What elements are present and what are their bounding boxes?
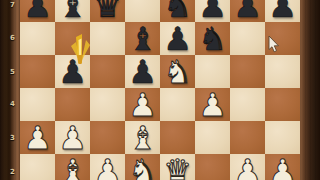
square-f6[interactable]: ♞ (195, 22, 230, 55)
square-f4[interactable]: ♟ (195, 88, 230, 121)
board-frame-right (300, 0, 320, 180)
square-f7[interactable]: ♟ (195, 0, 230, 22)
square-d6[interactable]: ♝ (125, 22, 160, 55)
black-pawn-e6: ♟ (163, 23, 192, 56)
rank-label-5: 5 (7, 68, 18, 76)
square-b3[interactable]: ♟ (55, 121, 90, 154)
black-bishop-d6: ♝ (128, 23, 157, 56)
black-queen-c7: ♛ (93, 0, 122, 23)
square-h4[interactable] (265, 88, 300, 121)
square-h2[interactable]: ♟ (265, 154, 300, 180)
square-d2[interactable]: ♞ (125, 154, 160, 180)
square-b5[interactable]: ♟ (55, 55, 90, 88)
square-f3[interactable] (195, 121, 230, 154)
black-pawn-d5: ♟ (128, 56, 157, 89)
square-b6[interactable] (55, 22, 90, 55)
rank-label-3: 3 (7, 134, 18, 142)
black-pawn-b5: ♟ (58, 56, 87, 89)
black-pawn-g7: ♟ (233, 0, 262, 23)
black-pawn-a7: ♟ (23, 0, 52, 23)
rank-label-4: 4 (7, 100, 18, 108)
square-c2[interactable]: ♟ (90, 154, 125, 180)
square-d7[interactable] (125, 0, 160, 22)
white-pawn-d4: ♟ (128, 89, 157, 122)
square-c6[interactable] (90, 22, 125, 55)
white-pawn-b3: ♟ (58, 122, 87, 155)
square-b4[interactable] (55, 88, 90, 121)
board-frame-left (0, 0, 20, 180)
square-e7[interactable]: ♞ (160, 0, 195, 22)
square-a7[interactable]: ♟ (20, 0, 55, 22)
square-e6[interactable]: ♟ (160, 22, 195, 55)
white-knight-e5: ♞ (163, 56, 192, 89)
square-c4[interactable] (90, 88, 125, 121)
square-f2[interactable] (195, 154, 230, 180)
white-pawn-h2: ♟ (268, 155, 297, 180)
square-h7[interactable]: ♟ (265, 0, 300, 22)
white-pawn-c2: ♟ (93, 155, 122, 180)
square-a2[interactable] (20, 154, 55, 180)
square-c7[interactable]: ♛ (90, 0, 125, 22)
square-e5[interactable]: ♞ (160, 55, 195, 88)
square-b2[interactable]: ♝ (55, 154, 90, 180)
square-g4[interactable] (230, 88, 265, 121)
square-a6[interactable] (20, 22, 55, 55)
square-e4[interactable] (160, 88, 195, 121)
white-bishop-d3: ♝ (128, 122, 157, 155)
white-pawn-g2: ♟ (233, 155, 262, 180)
square-g2[interactable]: ♟ (230, 154, 265, 180)
rank-label-6: 6 (7, 34, 18, 42)
square-c3[interactable] (90, 121, 125, 154)
square-c5[interactable] (90, 55, 125, 88)
square-h5[interactable] (265, 55, 300, 88)
square-a3[interactable]: ♟ (20, 121, 55, 154)
white-knight-d2: ♞ (128, 155, 157, 180)
square-f5[interactable] (195, 55, 230, 88)
white-pawn-f4: ♟ (198, 89, 227, 122)
square-a5[interactable] (20, 55, 55, 88)
white-queen-e2: ♛ (163, 155, 192, 180)
chess-board[interactable]: ♟♝♛♞♟♟♟♝♟♞♟♟♞♟♟♟♟♝♝♟♞♛♟♟ (20, 0, 300, 180)
square-h6[interactable] (265, 22, 300, 55)
white-pawn-a3: ♟ (23, 122, 52, 155)
white-bishop-b2: ♝ (58, 155, 87, 180)
black-bishop-b7: ♝ (58, 0, 87, 23)
square-d3[interactable]: ♝ (125, 121, 160, 154)
square-d5[interactable]: ♟ (125, 55, 160, 88)
square-g7[interactable]: ♟ (230, 0, 265, 22)
black-knight-f6: ♞ (198, 23, 227, 56)
square-g3[interactable] (230, 121, 265, 154)
square-a4[interactable] (20, 88, 55, 121)
black-pawn-h7: ♟ (268, 0, 297, 23)
square-g6[interactable] (230, 22, 265, 55)
rank-label-7: 7 (7, 1, 18, 9)
rank-label-2: 2 (7, 168, 18, 176)
square-b7[interactable]: ♝ (55, 0, 90, 22)
square-e3[interactable] (160, 121, 195, 154)
square-h3[interactable] (265, 121, 300, 154)
square-d4[interactable]: ♟ (125, 88, 160, 121)
square-g5[interactable] (230, 55, 265, 88)
square-e2[interactable]: ♛ (160, 154, 195, 180)
chess-app-screenshot: ♟♝♛♞♟♟♟♝♟♞♟♟♞♟♟♟♟♝♝♟♞♛♟♟ 7 6 5 4 3 2 (0, 0, 320, 180)
